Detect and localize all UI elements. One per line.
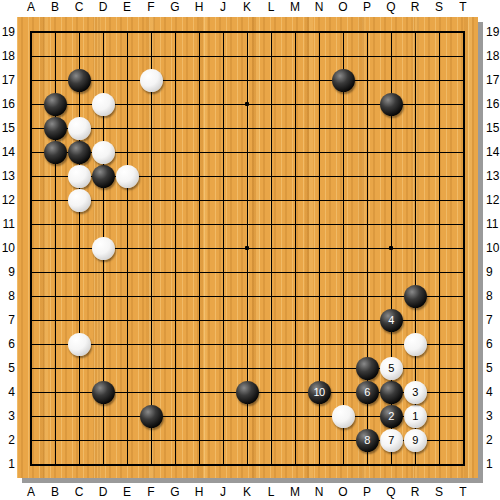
row-label-left: 15 — [0, 116, 15, 140]
row-label-right: 19 — [486, 20, 500, 44]
row-label-left: 10 — [0, 236, 15, 260]
col-label-bottom: T — [451, 485, 475, 500]
move-number-label: 6 — [364, 387, 370, 398]
white-stone[interactable]: 3 — [404, 381, 427, 404]
white-stone[interactable] — [68, 333, 91, 356]
black-stone[interactable]: 4 — [380, 309, 403, 332]
white-stone[interactable]: 9 — [404, 429, 427, 452]
star-point — [245, 246, 249, 250]
col-label-top: S — [427, 0, 451, 15]
white-stone[interactable] — [68, 165, 91, 188]
white-stone[interactable] — [92, 141, 115, 164]
col-label-bottom: P — [355, 485, 379, 500]
row-label-left: 7 — [0, 308, 15, 332]
black-stone[interactable] — [140, 405, 163, 428]
row-label-left: 16 — [0, 92, 15, 116]
col-label-bottom: N — [307, 485, 331, 500]
row-label-left: 6 — [0, 332, 15, 356]
white-stone[interactable] — [140, 69, 163, 92]
col-label-top: N — [307, 0, 331, 15]
row-label-right: 17 — [486, 68, 500, 92]
white-stone[interactable]: 5 — [380, 357, 403, 380]
col-label-bottom: F — [139, 485, 163, 500]
move-number-label: 9 — [412, 435, 418, 446]
row-label-left: 9 — [0, 260, 15, 284]
move-number-label: 2 — [388, 411, 394, 422]
row-label-right: 13 — [486, 164, 500, 188]
row-label-left: 14 — [0, 140, 15, 164]
black-stone[interactable] — [44, 93, 67, 116]
row-label-left: 3 — [0, 404, 15, 428]
white-stone[interactable] — [68, 117, 91, 140]
row-label-right: 9 — [486, 260, 500, 284]
black-stone[interactable]: 8 — [356, 429, 379, 452]
row-label-left: 5 — [0, 356, 15, 380]
move-number-label: 1 — [412, 411, 418, 422]
col-label-bottom: R — [403, 485, 427, 500]
row-label-right: 11 — [486, 212, 500, 236]
row-label-right: 15 — [486, 116, 500, 140]
col-label-bottom: B — [43, 485, 67, 500]
white-stone[interactable] — [116, 165, 139, 188]
black-stone[interactable] — [44, 141, 67, 164]
black-stone[interactable] — [380, 93, 403, 116]
move-number-label: 7 — [388, 435, 394, 446]
white-stone[interactable] — [404, 333, 427, 356]
black-stone[interactable] — [380, 381, 403, 404]
row-label-left: 8 — [0, 284, 15, 308]
col-label-top: D — [91, 0, 115, 15]
col-label-top: E — [115, 0, 139, 15]
row-label-right: 18 — [486, 44, 500, 68]
col-label-top: O — [331, 0, 355, 15]
row-label-right: 1 — [486, 452, 500, 476]
col-label-bottom: H — [187, 485, 211, 500]
col-label-bottom: J — [211, 485, 235, 500]
black-stone[interactable]: 2 — [380, 405, 403, 428]
black-stone[interactable] — [92, 165, 115, 188]
row-label-right: 4 — [486, 380, 500, 404]
row-label-right: 6 — [486, 332, 500, 356]
col-label-bottom: A — [19, 485, 43, 500]
row-label-right: 3 — [486, 404, 500, 428]
row-label-left: 4 — [0, 380, 15, 404]
white-stone[interactable]: 1 — [404, 405, 427, 428]
black-stone[interactable] — [236, 381, 259, 404]
black-stone[interactable] — [68, 69, 91, 92]
col-label-top: T — [451, 0, 475, 15]
row-label-right: 16 — [486, 92, 500, 116]
row-label-right: 8 — [486, 284, 500, 308]
black-stone[interactable] — [404, 285, 427, 308]
col-label-top: L — [259, 0, 283, 15]
col-label-top: P — [355, 0, 379, 15]
move-number-label: 8 — [364, 435, 370, 446]
row-label-left: 11 — [0, 212, 15, 236]
move-number-label: 3 — [412, 387, 418, 398]
black-stone[interactable] — [356, 357, 379, 380]
row-label-left: 12 — [0, 188, 15, 212]
col-label-top: G — [163, 0, 187, 15]
col-label-top: C — [67, 0, 91, 15]
col-label-bottom: Q — [379, 485, 403, 500]
white-stone[interactable] — [68, 189, 91, 212]
row-label-left: 1 — [0, 452, 15, 476]
col-label-bottom: O — [331, 485, 355, 500]
col-label-top: J — [211, 0, 235, 15]
go-board[interactable]: 12345678910 — [17, 17, 478, 478]
black-stone[interactable] — [68, 141, 91, 164]
col-label-top: K — [235, 0, 259, 15]
white-stone[interactable]: 7 — [380, 429, 403, 452]
white-stone[interactable] — [92, 237, 115, 260]
col-label-bottom: S — [427, 485, 451, 500]
col-label-top: R — [403, 0, 427, 15]
col-label-bottom: L — [259, 485, 283, 500]
col-label-bottom: G — [163, 485, 187, 500]
row-label-left: 19 — [0, 20, 15, 44]
black-stone[interactable] — [332, 69, 355, 92]
row-label-left: 17 — [0, 68, 15, 92]
row-label-left: 18 — [0, 44, 15, 68]
board-intersections-grid: 12345678910 — [19, 20, 475, 476]
col-label-bottom: M — [283, 485, 307, 500]
go-board-diagram: 12345678910 AABBCCDDEEFFGGHHJJKKLLMMNNOO… — [0, 0, 500, 500]
star-point — [245, 102, 249, 106]
col-label-bottom: K — [235, 485, 259, 500]
white-stone[interactable] — [92, 93, 115, 116]
row-label-right: 14 — [486, 140, 500, 164]
black-stone[interactable] — [44, 117, 67, 140]
row-label-right: 5 — [486, 356, 500, 380]
white-stone[interactable] — [332, 405, 355, 428]
row-label-left: 13 — [0, 164, 15, 188]
col-label-top: M — [283, 0, 307, 15]
col-label-bottom: E — [115, 485, 139, 500]
row-label-right: 10 — [486, 236, 500, 260]
move-number-label: 10 — [313, 387, 324, 398]
black-stone[interactable]: 6 — [356, 381, 379, 404]
col-label-top: F — [139, 0, 163, 15]
col-label-top: A — [19, 0, 43, 15]
col-label-bottom: C — [67, 485, 91, 500]
black-stone[interactable]: 10 — [308, 381, 331, 404]
col-label-top: H — [187, 0, 211, 15]
col-label-bottom: D — [91, 485, 115, 500]
col-label-top: Q — [379, 0, 403, 15]
row-label-right: 7 — [486, 308, 500, 332]
star-point — [389, 246, 393, 250]
move-number-label: 4 — [388, 315, 394, 326]
row-label-right: 12 — [486, 188, 500, 212]
col-label-top: B — [43, 0, 67, 15]
row-label-left: 2 — [0, 428, 15, 452]
black-stone[interactable] — [92, 381, 115, 404]
row-label-right: 2 — [486, 428, 500, 452]
move-number-label: 5 — [388, 363, 394, 374]
